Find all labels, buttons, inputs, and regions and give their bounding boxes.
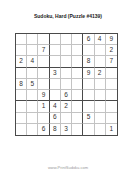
sudoku-cell[interactable]: 6 — [50, 113, 61, 124]
sudoku-cell[interactable]: 8 — [50, 124, 61, 135]
sudoku-cell[interactable] — [27, 34, 38, 45]
sudoku-cell[interactable]: 7 — [38, 45, 49, 56]
given-digit: 6 — [53, 114, 57, 121]
sudoku-cell[interactable] — [27, 68, 38, 79]
sudoku-cell[interactable] — [72, 45, 83, 56]
sudoku-cell[interactable]: 4 — [27, 56, 38, 67]
sudoku-cell[interactable] — [61, 45, 72, 56]
sudoku-cell[interactable] — [16, 68, 27, 79]
given-digit: 7 — [110, 58, 114, 65]
sudoku-cell[interactable] — [27, 101, 38, 112]
sudoku-cell[interactable] — [72, 124, 83, 135]
sudoku-cell[interactable]: 4 — [50, 101, 61, 112]
sudoku-cell[interactable] — [16, 45, 27, 56]
sudoku-cell[interactable] — [72, 113, 83, 124]
sudoku-cell[interactable]: 6 — [83, 34, 94, 45]
sudoku-cell[interactable]: 1 — [106, 124, 117, 135]
sudoku-cell[interactable]: 2 — [61, 101, 72, 112]
sudoku-cell[interactable]: 2 — [106, 45, 117, 56]
given-digit: 3 — [64, 126, 68, 133]
given-digit: 5 — [87, 114, 91, 121]
sudoku-cell[interactable] — [16, 90, 27, 101]
sudoku-cell[interactable] — [106, 113, 117, 124]
sudoku-cell[interactable]: 9 — [83, 68, 94, 79]
given-digit: 9 — [87, 70, 91, 77]
given-digit: 7 — [42, 47, 46, 54]
sudoku-cell[interactable] — [16, 124, 27, 135]
sudoku-cell[interactable] — [72, 90, 83, 101]
given-digit: 2 — [110, 47, 114, 54]
sudoku-cell[interactable] — [72, 79, 83, 90]
given-digit: 8 — [53, 126, 57, 133]
sudoku-cell[interactable]: 1 — [38, 101, 49, 112]
sudoku-cell[interactable] — [95, 113, 106, 124]
sudoku-cell[interactable] — [72, 101, 83, 112]
sudoku-cell[interactable] — [38, 79, 49, 90]
sudoku-cell[interactable] — [50, 34, 61, 45]
given-digit: 4 — [53, 103, 57, 110]
sudoku-cell[interactable]: 9 — [38, 90, 49, 101]
puzzle-title: Sudoku, Hard (Puzzle #4139) — [0, 13, 136, 19]
sudoku-page: Sudoku, Hard (Puzzle #4139) 649722487392… — [0, 0, 136, 176]
given-digit: 6 — [42, 126, 46, 133]
sudoku-cell[interactable] — [16, 34, 27, 45]
sudoku-cell[interactable] — [38, 34, 49, 45]
sudoku-cell[interactable] — [38, 56, 49, 67]
given-digit: 4 — [98, 36, 102, 43]
sudoku-cell[interactable]: 3 — [61, 124, 72, 135]
sudoku-cell[interactable] — [50, 45, 61, 56]
sudoku-cell[interactable] — [50, 90, 61, 101]
sudoku-cell[interactable] — [72, 68, 83, 79]
sudoku-cell[interactable]: 3 — [50, 68, 61, 79]
sudoku-cell[interactable] — [83, 101, 94, 112]
sudoku-cell[interactable]: 4 — [95, 34, 106, 45]
sudoku-cell[interactable] — [27, 124, 38, 135]
sudoku-cell[interactable] — [83, 79, 94, 90]
given-digit: 9 — [42, 92, 46, 99]
sudoku-cell[interactable] — [95, 101, 106, 112]
sudoku-cell[interactable]: 9 — [106, 34, 117, 45]
given-digit: 2 — [98, 70, 102, 77]
sudoku-cell[interactable] — [27, 90, 38, 101]
sudoku-cell[interactable] — [61, 34, 72, 45]
footer-url: www.PrintSudoku.com — [0, 165, 136, 170]
sudoku-board: 6497224873928596142656831 — [15, 33, 118, 136]
sudoku-cell[interactable] — [95, 45, 106, 56]
sudoku-cell[interactable] — [72, 34, 83, 45]
sudoku-cell[interactable] — [83, 124, 94, 135]
sudoku-cell[interactable] — [83, 45, 94, 56]
sudoku-cell[interactable] — [61, 79, 72, 90]
sudoku-cell[interactable] — [27, 113, 38, 124]
sudoku-cell[interactable] — [83, 90, 94, 101]
sudoku-cell[interactable] — [95, 56, 106, 67]
sudoku-cell[interactable]: 2 — [16, 56, 27, 67]
sudoku-cell[interactable] — [27, 45, 38, 56]
given-digit: 9 — [110, 36, 114, 43]
sudoku-cell[interactable] — [106, 68, 117, 79]
given-digit: 1 — [110, 126, 114, 133]
sudoku-cell[interactable] — [50, 56, 61, 67]
sudoku-cell[interactable] — [61, 56, 72, 67]
sudoku-cell[interactable]: 7 — [106, 56, 117, 67]
sudoku-cell[interactable] — [38, 113, 49, 124]
sudoku-cell[interactable] — [106, 101, 117, 112]
sudoku-cell[interactable]: 8 — [83, 56, 94, 67]
sudoku-cell[interactable] — [38, 68, 49, 79]
sudoku-cell[interactable] — [95, 79, 106, 90]
sudoku-cell[interactable] — [61, 68, 72, 79]
sudoku-cell[interactable] — [106, 79, 117, 90]
given-digit: 6 — [87, 36, 91, 43]
given-digit: 5 — [31, 81, 35, 88]
given-digit: 8 — [19, 81, 23, 88]
sudoku-cell[interactable] — [106, 90, 117, 101]
sudoku-cell[interactable]: 5 — [27, 79, 38, 90]
sudoku-cell[interactable] — [95, 90, 106, 101]
sudoku-cell[interactable] — [61, 113, 72, 124]
sudoku-cell[interactable]: 6 — [38, 124, 49, 135]
sudoku-cell[interactable] — [95, 124, 106, 135]
given-digit: 4 — [31, 58, 35, 65]
given-digit: 1 — [42, 103, 46, 110]
sudoku-cell[interactable]: 5 — [83, 113, 94, 124]
given-digit: 8 — [87, 58, 91, 65]
sudoku-cell[interactable]: 2 — [95, 68, 106, 79]
sudoku-cell[interactable] — [50, 79, 61, 90]
sudoku-cell[interactable] — [16, 113, 27, 124]
given-digit: 6 — [64, 92, 68, 99]
sudoku-cell[interactable] — [72, 56, 83, 67]
sudoku-cell[interactable]: 6 — [61, 90, 72, 101]
sudoku-cell[interactable]: 8 — [16, 79, 27, 90]
given-digit: 2 — [64, 103, 68, 110]
sudoku-cell[interactable] — [16, 101, 27, 112]
given-digit: 2 — [19, 58, 23, 65]
given-digit: 3 — [53, 70, 57, 77]
